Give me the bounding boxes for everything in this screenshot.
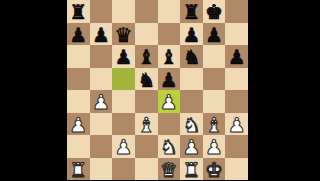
piece-white-king[interactable]: ♚ — [205, 159, 223, 179]
piece-black-pawn[interactable]: ♟ — [228, 47, 246, 67]
square-e2[interactable]: ♞ — [158, 135, 181, 158]
square-g8[interactable]: ♚ — [203, 0, 226, 23]
square-c3[interactable] — [112, 113, 135, 136]
square-f2[interactable]: ♟ — [180, 135, 203, 158]
square-h2[interactable] — [225, 135, 248, 158]
square-c5[interactable] — [112, 68, 135, 91]
square-c8[interactable] — [112, 0, 135, 23]
piece-black-king[interactable]: ♚ — [205, 2, 223, 22]
square-b2[interactable] — [90, 135, 113, 158]
video-letterbox-frame: ♜♜♚♟♟♛♟♟♟♝♝♞♟♞♟♟♟♟♝♞♝♟♟♞♟♟♜♛♜♚ — [0, 0, 320, 180]
square-g4[interactable] — [203, 90, 226, 113]
square-d4[interactable] — [135, 90, 158, 113]
square-a6[interactable] — [67, 45, 90, 68]
square-b6[interactable] — [90, 45, 113, 68]
square-d1[interactable] — [135, 158, 158, 181]
square-g3[interactable]: ♝ — [203, 113, 226, 136]
piece-white-bishop[interactable]: ♝ — [205, 114, 223, 134]
square-e1[interactable]: ♛ — [158, 158, 181, 181]
square-h3[interactable]: ♟ — [225, 113, 248, 136]
square-f3[interactable]: ♞ — [180, 113, 203, 136]
square-b4[interactable]: ♟ — [90, 90, 113, 113]
square-c2[interactable]: ♟ — [112, 135, 135, 158]
square-f8[interactable]: ♜ — [180, 0, 203, 23]
square-e8[interactable] — [158, 0, 181, 23]
square-d2[interactable] — [135, 135, 158, 158]
piece-black-pawn[interactable]: ♟ — [182, 24, 200, 44]
square-c1[interactable] — [112, 158, 135, 181]
piece-black-bishop[interactable]: ♝ — [137, 47, 155, 67]
square-h1[interactable] — [225, 158, 248, 181]
piece-white-rook[interactable]: ♜ — [182, 159, 200, 179]
square-a2[interactable] — [67, 135, 90, 158]
square-c6[interactable]: ♟ — [112, 45, 135, 68]
square-e7[interactable] — [158, 23, 181, 46]
square-a1[interactable]: ♜ — [67, 158, 90, 181]
square-g2[interactable]: ♟ — [203, 135, 226, 158]
piece-black-pawn[interactable]: ♟ — [92, 24, 110, 44]
square-h8[interactable] — [225, 0, 248, 23]
piece-black-pawn[interactable]: ♟ — [115, 47, 133, 67]
square-d7[interactable] — [135, 23, 158, 46]
square-d8[interactable] — [135, 0, 158, 23]
square-a3[interactable]: ♟ — [67, 113, 90, 136]
square-e4[interactable]: ♟ — [158, 90, 181, 113]
square-f5[interactable] — [180, 68, 203, 91]
piece-black-rook[interactable]: ♜ — [69, 2, 87, 22]
square-a8[interactable]: ♜ — [67, 0, 90, 23]
piece-black-pawn[interactable]: ♟ — [160, 69, 178, 89]
piece-white-pawn[interactable]: ♟ — [69, 114, 87, 134]
chess-board: ♜♜♚♟♟♛♟♟♟♝♝♞♟♞♟♟♟♟♝♞♝♟♟♞♟♟♜♛♜♚ — [67, 0, 248, 180]
square-c4[interactable] — [112, 90, 135, 113]
square-h7[interactable] — [225, 23, 248, 46]
square-g1[interactable]: ♚ — [203, 158, 226, 181]
square-d3[interactable]: ♝ — [135, 113, 158, 136]
piece-black-pawn[interactable]: ♟ — [205, 24, 223, 44]
piece-white-pawn[interactable]: ♟ — [92, 92, 110, 112]
piece-white-knight[interactable]: ♞ — [160, 137, 178, 157]
square-b3[interactable] — [90, 113, 113, 136]
square-d6[interactable]: ♝ — [135, 45, 158, 68]
square-f7[interactable]: ♟ — [180, 23, 203, 46]
square-b5[interactable] — [90, 68, 113, 91]
square-h6[interactable]: ♟ — [225, 45, 248, 68]
piece-white-rook[interactable]: ♜ — [69, 159, 87, 179]
square-f1[interactable]: ♜ — [180, 158, 203, 181]
square-e5[interactable]: ♟ — [158, 68, 181, 91]
square-f6[interactable]: ♞ — [180, 45, 203, 68]
square-g5[interactable] — [203, 68, 226, 91]
square-a7[interactable]: ♟ — [67, 23, 90, 46]
piece-white-pawn[interactable]: ♟ — [115, 137, 133, 157]
square-a4[interactable] — [67, 90, 90, 113]
piece-black-bishop[interactable]: ♝ — [160, 47, 178, 67]
square-h5[interactable] — [225, 68, 248, 91]
square-h4[interactable] — [225, 90, 248, 113]
square-g6[interactable] — [203, 45, 226, 68]
square-d5[interactable]: ♞ — [135, 68, 158, 91]
square-e6[interactable]: ♝ — [158, 45, 181, 68]
square-a5[interactable] — [67, 68, 90, 91]
square-g7[interactable]: ♟ — [203, 23, 226, 46]
piece-white-knight[interactable]: ♞ — [182, 114, 200, 134]
square-e3[interactable] — [158, 113, 181, 136]
piece-white-pawn[interactable]: ♟ — [182, 137, 200, 157]
piece-black-pawn[interactable]: ♟ — [69, 24, 87, 44]
piece-white-pawn[interactable]: ♟ — [228, 114, 246, 134]
piece-white-pawn[interactable]: ♟ — [205, 137, 223, 157]
square-b8[interactable] — [90, 0, 113, 23]
square-b1[interactable] — [90, 158, 113, 181]
piece-white-queen[interactable]: ♛ — [160, 159, 178, 179]
piece-black-queen[interactable]: ♛ — [115, 24, 133, 44]
square-b7[interactable]: ♟ — [90, 23, 113, 46]
square-c7[interactable]: ♛ — [112, 23, 135, 46]
piece-white-bishop[interactable]: ♝ — [137, 114, 155, 134]
piece-black-knight[interactable]: ♞ — [137, 69, 155, 89]
piece-white-pawn[interactable]: ♟ — [160, 92, 178, 112]
piece-black-knight[interactable]: ♞ — [182, 47, 200, 67]
piece-black-rook[interactable]: ♜ — [182, 2, 200, 22]
square-f4[interactable] — [180, 90, 203, 113]
